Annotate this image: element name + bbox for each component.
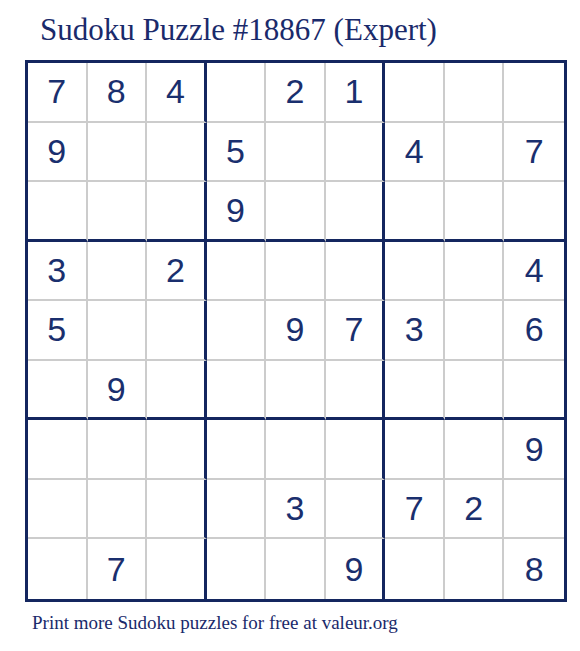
cell-r8c9: [504, 480, 564, 540]
cell-r3c7: [385, 182, 445, 242]
cell-r7c9: 9: [504, 420, 564, 480]
cell-r6c3: [147, 361, 207, 421]
cell-r9c7: [385, 539, 445, 599]
cell-r7c4: [207, 420, 267, 480]
cell-r4c6: [326, 242, 386, 302]
cell-r3c8: [445, 182, 505, 242]
cell-r1c3: 4: [147, 63, 207, 123]
cell-r1c8: [445, 63, 505, 123]
cell-r4c1: 3: [28, 242, 88, 302]
sudoku-grid: 78421954793245973699372798: [25, 60, 567, 602]
cell-r7c2: [88, 420, 148, 480]
cell-r5c1: 5: [28, 301, 88, 361]
cell-r5c8: [445, 301, 505, 361]
cell-r7c8: [445, 420, 505, 480]
cell-r8c6: [326, 480, 386, 540]
cell-r4c3: 2: [147, 242, 207, 302]
cell-r9c2: 7: [88, 539, 148, 599]
cell-r1c2: 8: [88, 63, 148, 123]
cell-r5c6: 7: [326, 301, 386, 361]
cell-r6c1: [28, 361, 88, 421]
cell-r9c9: 8: [504, 539, 564, 599]
cell-r2c8: [445, 123, 505, 183]
cell-r6c5: [266, 361, 326, 421]
cell-r7c5: [266, 420, 326, 480]
cell-r4c4: [207, 242, 267, 302]
cell-r5c2: [88, 301, 148, 361]
cell-r2c9: 7: [504, 123, 564, 183]
cell-r3c5: [266, 182, 326, 242]
cell-r7c1: [28, 420, 88, 480]
cell-r8c1: [28, 480, 88, 540]
cell-r6c8: [445, 361, 505, 421]
cell-r7c6: [326, 420, 386, 480]
cell-r9c6: 9: [326, 539, 386, 599]
cell-r9c5: [266, 539, 326, 599]
cell-r8c4: [207, 480, 267, 540]
cell-r5c3: [147, 301, 207, 361]
cell-r5c9: 6: [504, 301, 564, 361]
cell-r6c9: [504, 361, 564, 421]
cell-r6c7: [385, 361, 445, 421]
cell-r5c7: 3: [385, 301, 445, 361]
cell-r2c3: [147, 123, 207, 183]
cell-r6c2: 9: [88, 361, 148, 421]
page-title: Sudoku Puzzle #18867 (Expert): [40, 12, 437, 48]
cell-r8c5: 3: [266, 480, 326, 540]
cell-r7c3: [147, 420, 207, 480]
cell-r8c2: [88, 480, 148, 540]
cell-r2c6: [326, 123, 386, 183]
cell-r1c6: 1: [326, 63, 386, 123]
cell-r8c8: 2: [445, 480, 505, 540]
cell-r9c3: [147, 539, 207, 599]
cell-r4c8: [445, 242, 505, 302]
cell-r5c5: 9: [266, 301, 326, 361]
cell-r8c3: [147, 480, 207, 540]
cell-r1c1: 7: [28, 63, 88, 123]
cell-r2c4: 5: [207, 123, 267, 183]
cell-r2c5: [266, 123, 326, 183]
cell-r4c2: [88, 242, 148, 302]
cell-r3c9: [504, 182, 564, 242]
cell-r3c2: [88, 182, 148, 242]
cell-r3c3: [147, 182, 207, 242]
cell-r6c4: [207, 361, 267, 421]
cell-r6c6: [326, 361, 386, 421]
cell-r1c5: 2: [266, 63, 326, 123]
cell-r9c4: [207, 539, 267, 599]
cell-r3c1: [28, 182, 88, 242]
cell-r2c2: [88, 123, 148, 183]
cell-r1c4: [207, 63, 267, 123]
cell-r5c4: [207, 301, 267, 361]
cell-r4c9: 4: [504, 242, 564, 302]
cell-r1c7: [385, 63, 445, 123]
cell-r4c5: [266, 242, 326, 302]
cell-r1c9: [504, 63, 564, 123]
cell-r2c7: 4: [385, 123, 445, 183]
cell-r7c7: [385, 420, 445, 480]
cell-r3c4: 9: [207, 182, 267, 242]
cell-r9c8: [445, 539, 505, 599]
cell-r3c6: [326, 182, 386, 242]
cell-r4c7: [385, 242, 445, 302]
cell-r2c1: 9: [28, 123, 88, 183]
cell-r8c7: 7: [385, 480, 445, 540]
cell-r9c1: [28, 539, 88, 599]
footer-note: Print more Sudoku puzzles for free at va…: [32, 612, 398, 634]
